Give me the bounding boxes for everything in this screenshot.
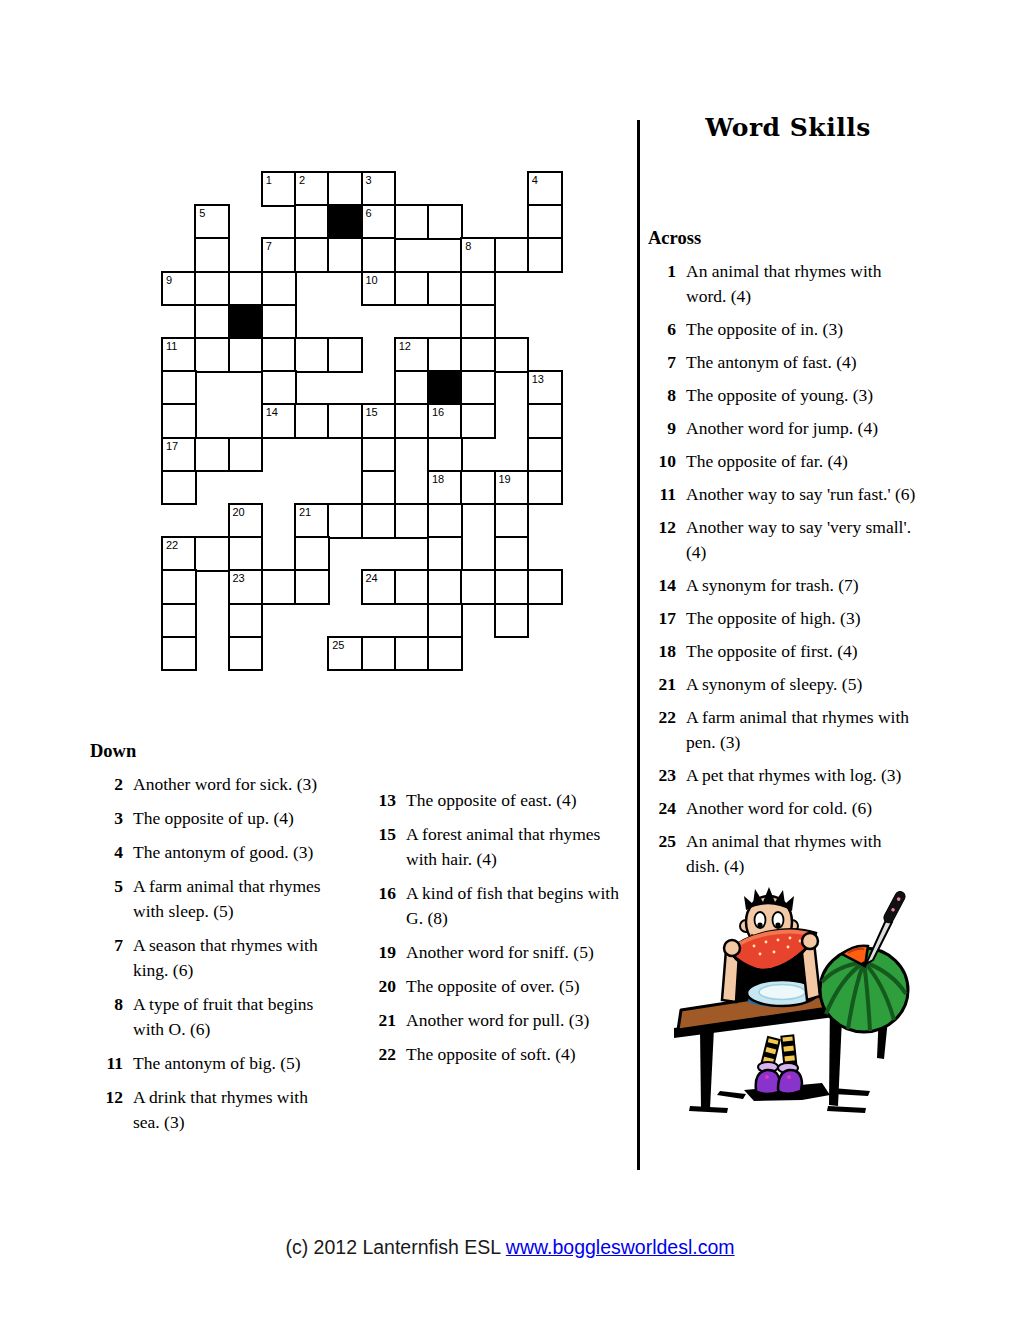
watermelon-with-knife (820, 890, 908, 1032)
clue-list-number: 17 (648, 606, 676, 631)
grid-cell[interactable] (427, 337, 463, 373)
clue-text: Another way to say 'run fast.' (6) (676, 482, 915, 507)
grid-cell[interactable] (294, 204, 330, 240)
clue-row: 11The antonym of big. (5) (90, 1051, 340, 1076)
grid-cell[interactable] (361, 470, 397, 506)
blocked-cell (427, 370, 463, 406)
clue-row: 8The opposite of young. (3) (648, 383, 958, 408)
clue-text: A pet that rhymes with log. (3) (676, 763, 901, 788)
grid-cell[interactable] (327, 237, 363, 273)
clue-text: A synonym of sleepy. (5) (676, 672, 862, 697)
grid-cell[interactable]: 25 (327, 636, 363, 672)
grid-cell[interactable] (427, 603, 463, 639)
clue-row: 12Another way to say 'very small'.(4) (648, 515, 958, 565)
grid-cell[interactable] (527, 470, 563, 506)
clue-list-number: 25 (648, 829, 676, 879)
clue-list-number: 21 (648, 672, 676, 697)
grid-cell[interactable]: 8 (460, 237, 496, 273)
grid-cell[interactable]: 23 (228, 569, 264, 605)
clue-list-number: 7 (648, 350, 676, 375)
copyright-text: (c) 2012 Lanternfish ESL (285, 1236, 505, 1258)
grid-cell[interactable] (394, 636, 430, 672)
table-leg (700, 1028, 714, 1109)
grid-cell[interactable] (527, 437, 563, 473)
clue-list-number: 11 (648, 482, 676, 507)
clue-number: 24 (366, 572, 378, 584)
down-clues-column2: 13The opposite of east. (4)15A forest an… (360, 788, 620, 1076)
clue-text: A synonym for trash. (7) (676, 573, 859, 598)
grid-cell[interactable] (161, 636, 197, 672)
clue-row: 12A drink that rhymes withsea. (3) (90, 1085, 340, 1135)
clue-row: 7A season that rhymes withking. (6) (90, 933, 340, 983)
grid-cell[interactable]: 11 (161, 337, 197, 373)
grid-cell[interactable]: 21 (294, 503, 330, 539)
clue-number: 12 (399, 340, 411, 352)
grid-cell[interactable] (394, 569, 430, 605)
grid-cell[interactable] (194, 437, 230, 473)
grid-cell[interactable] (228, 636, 264, 672)
grid-cell[interactable]: 17 (161, 437, 197, 473)
clue-list-number: 24 (648, 796, 676, 821)
clue-text: A forest animal that rhymeswith hair. (4… (396, 822, 600, 872)
clue-list-number: 3 (90, 806, 123, 831)
grid-cell[interactable] (228, 437, 264, 473)
grid-cell[interactable] (427, 437, 463, 473)
clue-number: 22 (166, 539, 178, 551)
clue-text: Another word for cold. (6) (676, 796, 872, 821)
grid-cell[interactable]: 19 (494, 470, 530, 506)
grid-cell[interactable]: 10 (361, 271, 397, 307)
grid-cell[interactable]: 3 (361, 171, 397, 207)
blocked-cell (228, 304, 264, 340)
vertical-divider (637, 120, 640, 1170)
clue-row: 18The opposite of first. (4) (648, 639, 958, 664)
clue-list-number: 23 (648, 763, 676, 788)
clue-row: 17The opposite of high. (3) (648, 606, 958, 631)
clue-number: 1 (266, 174, 272, 186)
clue-text: The opposite of young. (3) (676, 383, 873, 408)
clue-number: 2 (299, 174, 305, 186)
clue-row: 4The antonym of good. (3) (90, 840, 340, 865)
clue-text: A drink that rhymes withsea. (3) (123, 1085, 308, 1135)
clue-number: 14 (266, 406, 278, 418)
grid-cell[interactable] (294, 337, 330, 373)
clue-row: 2Another word for sick. (3) (90, 772, 340, 797)
clue-text: Another way to say 'very small'.(4) (676, 515, 911, 565)
clue-list-number: 22 (648, 705, 676, 755)
down-clue-list-2: 13The opposite of east. (4)15A forest an… (360, 788, 620, 1067)
clue-number: 5 (199, 207, 205, 219)
clue-row: 7The antonym of fast. (4) (648, 350, 958, 375)
clue-list-number: 19 (360, 940, 396, 965)
grid-cell[interactable] (194, 237, 230, 273)
across-clue-list: 1An animal that rhymes withword. (4)6The… (648, 259, 958, 879)
grid-cell[interactable] (427, 536, 463, 572)
down-clue-list-1: 2Another word for sick. (3)3The opposite… (90, 772, 340, 1135)
grid-cell[interactable]: 9 (161, 271, 197, 307)
grid-cell[interactable] (361, 437, 397, 473)
down-clues-column1: Down 2Another word for sick. (3)3The opp… (90, 739, 340, 1144)
across-header: Across (648, 226, 958, 251)
clue-text: A farm animal that rhymeswith sleep. (5) (123, 874, 321, 924)
grid-cell[interactable] (327, 403, 363, 439)
grid-cell[interactable] (194, 536, 230, 572)
grid-cell[interactable] (228, 337, 264, 373)
clue-list-number: 12 (90, 1085, 123, 1135)
grid-cell[interactable] (460, 337, 496, 373)
clue-text: The opposite of high. (3) (676, 606, 860, 631)
grid-cell[interactable] (527, 237, 563, 273)
clue-number: 21 (299, 506, 311, 518)
clue-number: 18 (432, 473, 444, 485)
clue-number: 11 (166, 340, 177, 352)
grid-cell[interactable] (161, 603, 197, 639)
grid-cell[interactable]: 22 (161, 536, 197, 572)
clue-list-number: 1 (648, 259, 676, 309)
clue-row: 8A type of fruit that beginswith O. (6) (90, 992, 340, 1042)
clue-text: A type of fruit that beginswith O. (6) (123, 992, 313, 1042)
clue-text: Another word for sick. (3) (123, 772, 317, 797)
grid-cell[interactable] (427, 204, 463, 240)
clue-list-number: 16 (360, 881, 396, 931)
clue-number: 19 (499, 473, 511, 485)
grid-cell[interactable] (460, 304, 496, 340)
grid-cell[interactable] (294, 536, 330, 572)
clue-row: 11Another way to say 'run fast.' (6) (648, 482, 958, 507)
crossword-grid: 1234567891011121314151617181920212223242… (161, 171, 563, 671)
clue-list-number: 9 (648, 416, 676, 441)
clue-row: 3The opposite of up. (4) (90, 806, 340, 831)
clue-list-number: 8 (90, 992, 123, 1042)
grid-cell[interactable] (460, 470, 496, 506)
grid-cell[interactable] (394, 503, 430, 539)
grid-cell[interactable] (394, 204, 430, 240)
clue-list-number: 22 (360, 1042, 396, 1067)
grid-cell[interactable] (394, 370, 430, 406)
grid-cell[interactable]: 14 (261, 403, 297, 439)
grid-cell[interactable] (261, 569, 297, 605)
clue-row: 5A farm animal that rhymeswith sleep. (5… (90, 874, 340, 924)
grid-cell[interactable] (494, 569, 530, 605)
grid-cell[interactable]: 4 (527, 171, 563, 207)
clue-list-number: 20 (360, 974, 396, 999)
clue-list-number: 5 (90, 874, 123, 924)
clue-list-number: 21 (360, 1008, 396, 1033)
clue-row: 19Another word for sniff. (5) (360, 940, 620, 965)
clue-list-number: 12 (648, 515, 676, 565)
clue-text: The opposite of east. (4) (396, 788, 577, 813)
grid-cell[interactable]: 7 (261, 237, 297, 273)
clue-list-number: 7 (90, 933, 123, 983)
down-header: Down (90, 739, 340, 764)
grid-cell[interactable] (361, 237, 397, 273)
clue-text: The antonym of good. (3) (123, 840, 313, 865)
page-title: Word Skills (638, 112, 938, 144)
clue-text: The antonym of big. (5) (123, 1051, 301, 1076)
grid-cell[interactable] (494, 237, 530, 273)
clue-text: A farm animal that rhymes withpen. (3) (676, 705, 909, 755)
clue-number: 3 (366, 174, 372, 186)
clue-row: 22The opposite of soft. (4) (360, 1042, 620, 1067)
clue-text: The antonym of fast. (4) (676, 350, 857, 375)
purple-shoes (756, 1062, 802, 1094)
grid-cell[interactable] (527, 204, 563, 240)
grid-cell[interactable]: 24 (361, 569, 397, 605)
grid-cell[interactable] (427, 503, 463, 539)
grid-cell[interactable] (228, 271, 264, 307)
grid-cell[interactable] (527, 569, 563, 605)
clue-text: An animal that rhymes withdish. (4) (676, 829, 881, 879)
blocked-cell (327, 204, 363, 240)
clue-text: Another word for sniff. (5) (396, 940, 594, 965)
website-link[interactable]: www.bogglesworldesl.com (506, 1236, 735, 1258)
clue-row: 13The opposite of east. (4) (360, 788, 620, 813)
across-clues-section: Across 1An animal that rhymes withword. … (648, 226, 958, 887)
clue-number: 17 (166, 440, 178, 452)
grid-cell[interactable]: 18 (427, 470, 463, 506)
grid-cell[interactable] (194, 271, 230, 307)
clue-text: Another word for pull. (3) (396, 1008, 589, 1033)
clue-row: 1An animal that rhymes withword. (4) (648, 259, 958, 309)
grid-cell[interactable] (327, 337, 363, 373)
clue-number: 7 (266, 240, 272, 252)
clue-number: 25 (332, 639, 344, 651)
clue-row: 10The opposite of far. (4) (648, 449, 958, 474)
grid-cell[interactable]: 5 (194, 204, 230, 240)
clue-row: 6The opposite of in. (3) (648, 317, 958, 342)
grid-cell[interactable]: 20 (228, 503, 264, 539)
grid-cell[interactable]: 15 (361, 403, 397, 439)
grid-cell[interactable] (394, 271, 430, 307)
worksheet-page: Word Skills 1234567891011121314151617181… (0, 0, 1020, 1320)
clue-number: 4 (532, 174, 538, 186)
clue-number: 23 (233, 572, 245, 584)
clue-row: 21A synonym of sleepy. (5) (648, 672, 958, 697)
grid-cell[interactable] (327, 171, 363, 207)
clue-row: 23A pet that rhymes with log. (3) (648, 763, 958, 788)
grid-cell[interactable]: 13 (527, 370, 563, 406)
grid-cell[interactable] (327, 503, 363, 539)
grid-cell[interactable] (460, 271, 496, 307)
clue-list-number: 6 (648, 317, 676, 342)
grid-cell[interactable]: 12 (394, 337, 430, 373)
grid-cell[interactable]: 1 (261, 171, 297, 207)
grid-cell[interactable] (161, 370, 197, 406)
watermelon-boy-illustration (670, 884, 912, 1116)
grid-cell[interactable] (161, 470, 197, 506)
clue-number: 10 (366, 274, 378, 286)
clue-number: 8 (465, 240, 471, 252)
grid-cell[interactable] (527, 403, 563, 439)
grid-cell[interactable] (194, 304, 230, 340)
grid-cell[interactable] (394, 403, 430, 439)
clue-text: An animal that rhymes withword. (4) (676, 259, 881, 309)
clue-list-number: 2 (90, 772, 123, 797)
clue-text: The opposite of far. (4) (676, 449, 848, 474)
grid-cell[interactable] (427, 271, 463, 307)
grid-cell[interactable] (294, 237, 330, 273)
clue-list-number: 18 (648, 639, 676, 664)
clue-list-number: 13 (360, 788, 396, 813)
grid-cell[interactable] (261, 337, 297, 373)
grid-cell[interactable]: 6 (361, 204, 397, 240)
grid-cell[interactable] (261, 271, 297, 307)
clue-text: The opposite of in. (3) (676, 317, 843, 342)
clue-number: 13 (532, 373, 544, 385)
grid-cell[interactable] (294, 403, 330, 439)
clue-text: The opposite of up. (4) (123, 806, 294, 831)
clue-number: 6 (366, 207, 372, 219)
clue-text: A season that rhymes withking. (6) (123, 933, 318, 983)
clue-number: 15 (366, 406, 378, 418)
footer-credit: (c) 2012 Lanternfish ESL www.bogglesworl… (0, 1236, 1020, 1259)
grid-cell[interactable] (494, 337, 530, 373)
clue-text: Another word for jump. (4) (676, 416, 878, 441)
clue-list-number: 11 (90, 1051, 123, 1076)
clue-row: 24Another word for cold. (6) (648, 796, 958, 821)
grid-cell[interactable] (460, 403, 496, 439)
grid-cell[interactable]: 2 (294, 171, 330, 207)
grid-cell[interactable] (427, 636, 463, 672)
grid-cell[interactable] (194, 337, 230, 373)
clue-list-number: 10 (648, 449, 676, 474)
grid-cell[interactable] (460, 370, 496, 406)
clue-text: The opposite of over. (5) (396, 974, 580, 999)
grid-cell[interactable] (460, 569, 496, 605)
grid-cell[interactable] (161, 569, 197, 605)
clue-text: The opposite of soft. (4) (396, 1042, 576, 1067)
grid-cell[interactable] (427, 569, 463, 605)
grid-cell[interactable] (228, 536, 264, 572)
clue-list-number: 14 (648, 573, 676, 598)
grid-cell[interactable] (261, 370, 297, 406)
clue-row: 22A farm animal that rhymes withpen. (3) (648, 705, 958, 755)
grid-cell[interactable] (161, 403, 197, 439)
clue-row: 9Another word for jump. (4) (648, 416, 958, 441)
clue-row: 15A forest animal that rhymeswith hair. … (360, 822, 620, 872)
clue-list-number: 4 (90, 840, 123, 865)
clue-number: 16 (432, 406, 444, 418)
clue-list-number: 15 (360, 822, 396, 872)
grid-cell[interactable] (494, 503, 530, 539)
clue-row: 21Another word for pull. (3) (360, 1008, 620, 1033)
clue-row: 16A kind of fish that begins withG. (8) (360, 881, 620, 931)
clue-text: The opposite of first. (4) (676, 639, 858, 664)
grid-cell[interactable] (494, 603, 530, 639)
grid-cell[interactable] (494, 536, 530, 572)
clue-row: 14A synonym for trash. (7) (648, 573, 958, 598)
grid-cell[interactable] (261, 304, 297, 340)
clue-number: 9 (166, 274, 172, 286)
clue-text: A kind of fish that begins withG. (8) (396, 881, 619, 931)
grid-cell[interactable] (294, 569, 330, 605)
clue-number: 20 (233, 506, 245, 518)
grid-cell[interactable] (361, 636, 397, 672)
clue-row: 20The opposite of over. (5) (360, 974, 620, 999)
clue-list-number: 8 (648, 383, 676, 408)
grid-cell[interactable]: 16 (427, 403, 463, 439)
grid-cell[interactable] (228, 603, 264, 639)
grid-cell[interactable] (361, 503, 397, 539)
clue-row: 25An animal that rhymes withdish. (4) (648, 829, 958, 879)
